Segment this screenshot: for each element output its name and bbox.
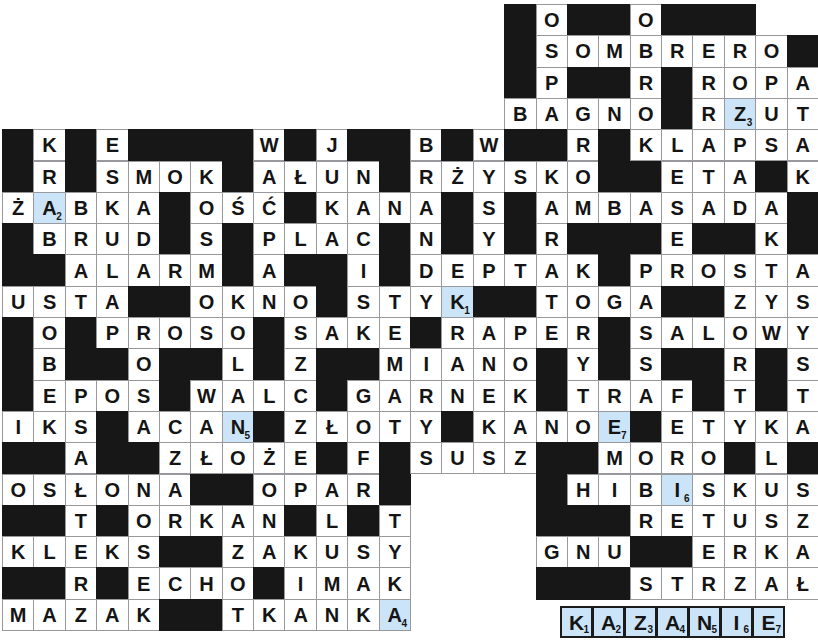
letter-cell[interactable]: N	[379, 192, 411, 224]
letter-cell[interactable]: O	[567, 411, 599, 443]
letter-cell[interactable]: O	[692, 254, 724, 286]
letter-cell[interactable]: T	[379, 411, 411, 443]
letter-cell[interactable]: A	[190, 411, 222, 443]
letter-cell[interactable]: S	[190, 317, 222, 349]
letter-cell[interactable]: N	[253, 286, 285, 318]
letter-cell[interactable]: Ł	[284, 161, 316, 193]
letter-cell[interactable]: L	[253, 380, 285, 412]
letter-cell[interactable]: E	[661, 411, 693, 443]
letter-cell[interactable]: C	[159, 411, 191, 443]
letter-cell[interactable]: B	[33, 348, 65, 380]
letter-cell[interactable]: K	[755, 223, 787, 255]
letter-cell[interactable]: E	[536, 317, 568, 349]
letter-cell[interactable]: T	[724, 380, 756, 412]
letter-cell[interactable]: W	[190, 380, 222, 412]
letter-cell[interactable]: P	[755, 67, 787, 99]
letter-cell[interactable]: T	[787, 380, 818, 412]
letter-cell[interactable]: N	[567, 536, 599, 568]
letter-cell[interactable]: K	[347, 599, 379, 631]
letter-cell[interactable]: T	[787, 98, 818, 130]
letter-cell[interactable]: A	[755, 192, 787, 224]
letter-cell[interactable]: T	[567, 380, 599, 412]
letter-cell[interactable]: S	[33, 474, 65, 506]
letter-cell[interactable]: A	[787, 536, 818, 568]
letter-cell[interactable]: U	[724, 505, 756, 537]
letter-cell[interactable]: A	[441, 348, 473, 380]
letter-cell[interactable]: K	[724, 474, 756, 506]
letter-cell[interactable]: B	[33, 223, 65, 255]
letter-cell[interactable]: P	[536, 67, 568, 99]
letter-cell[interactable]: A	[724, 161, 756, 193]
letter-cell[interactable]: O	[347, 411, 379, 443]
letter-cell[interactable]: O	[567, 161, 599, 193]
letter-cell[interactable]: T	[755, 254, 787, 286]
letter-cell[interactable]: I	[347, 254, 379, 286]
letter-cell[interactable]: R	[65, 567, 97, 599]
letter-cell[interactable]: K	[222, 286, 254, 318]
letter-cell[interactable]: E	[692, 536, 724, 568]
letter-cell[interactable]: S	[33, 286, 65, 318]
letter-cell[interactable]: Ć	[253, 192, 285, 224]
letter-cell[interactable]: I	[410, 348, 442, 380]
letter-cell[interactable]: L	[222, 348, 254, 380]
letter-cell[interactable]: S	[755, 505, 787, 537]
letter-cell[interactable]: E	[692, 35, 724, 67]
letter-cell[interactable]: S	[787, 286, 818, 318]
letter-cell[interactable]: E	[379, 317, 411, 349]
letter-cell[interactable]: K	[284, 536, 316, 568]
letter-cell[interactable]: M	[2, 599, 34, 631]
letter-cell[interactable]: T	[65, 286, 97, 318]
letter-cell[interactable]: K	[473, 411, 505, 443]
letter-cell[interactable]: A	[284, 599, 316, 631]
letter-cell[interactable]: O	[755, 35, 787, 67]
letter-cell[interactable]: A	[787, 129, 818, 161]
letter-cell[interactable]: T	[692, 505, 724, 537]
letter-cell[interactable]: R	[347, 474, 379, 506]
letter-cell[interactable]: S	[787, 474, 818, 506]
letter-cell[interactable]: C	[159, 567, 191, 599]
letter-cell[interactable]: T	[222, 599, 254, 631]
letter-cell[interactable]: B	[598, 192, 630, 224]
letter-cell[interactable]: T	[504, 254, 536, 286]
letter-cell[interactable]: L	[755, 442, 787, 474]
letter-cell[interactable]: G	[567, 98, 599, 130]
letter-cell[interactable]: Y	[410, 411, 442, 443]
letter-cell[interactable]: M	[128, 161, 160, 193]
letter-cell[interactable]: I	[284, 567, 316, 599]
letter-cell[interactable]: A	[692, 192, 724, 224]
letter-cell[interactable]: O	[96, 380, 128, 412]
letter-cell[interactable]: A	[347, 567, 379, 599]
letter-cell[interactable]: N	[473, 348, 505, 380]
letter-cell[interactable]: K	[96, 536, 128, 568]
letter-cell[interactable]: D	[724, 192, 756, 224]
letter-cell[interactable]: S	[128, 380, 160, 412]
letter-cell[interactable]: Y	[755, 286, 787, 318]
letter-cell[interactable]: Y	[473, 223, 505, 255]
letter-cell[interactable]: H	[567, 474, 599, 506]
highlighted-letter-cell[interactable]: N5	[222, 411, 254, 443]
letter-cell[interactable]: Ł	[787, 567, 818, 599]
letter-cell[interactable]: K	[787, 161, 818, 193]
letter-cell[interactable]: P	[473, 254, 505, 286]
letter-cell[interactable]: K	[33, 411, 65, 443]
letter-cell[interactable]: O	[2, 474, 34, 506]
letter-cell[interactable]: S	[630, 317, 662, 349]
letter-cell[interactable]: N	[347, 161, 379, 193]
letter-cell[interactable]: O	[630, 98, 662, 130]
letter-cell[interactable]: A	[65, 254, 97, 286]
letter-cell[interactable]: B	[504, 98, 536, 130]
letter-cell[interactable]: S	[630, 567, 662, 599]
letter-cell[interactable]: T	[661, 567, 693, 599]
letter-cell[interactable]: N	[410, 223, 442, 255]
letter-cell[interactable]: P	[630, 254, 662, 286]
letter-cell[interactable]: B	[65, 192, 97, 224]
letter-cell[interactable]: A	[410, 192, 442, 224]
letter-cell[interactable]: A	[473, 317, 505, 349]
letter-cell[interactable]: I	[2, 411, 34, 443]
letter-cell[interactable]: P	[284, 474, 316, 506]
letter-cell[interactable]: S	[410, 442, 442, 474]
letter-cell[interactable]: M	[379, 348, 411, 380]
letter-cell[interactable]: A	[128, 254, 160, 286]
letter-cell[interactable]: S	[504, 161, 536, 193]
letter-cell[interactable]: Y	[473, 161, 505, 193]
letter-cell[interactable]: T	[692, 161, 724, 193]
letter-cell[interactable]: H	[190, 567, 222, 599]
letter-cell[interactable]: Ś	[222, 192, 254, 224]
letter-cell[interactable]: R	[724, 536, 756, 568]
letter-cell[interactable]: R	[724, 348, 756, 380]
letter-cell[interactable]: N	[316, 599, 348, 631]
letter-cell[interactable]: N	[128, 474, 160, 506]
letter-cell[interactable]: O	[504, 348, 536, 380]
letter-cell[interactable]: R	[536, 223, 568, 255]
letter-cell[interactable]: K	[96, 192, 128, 224]
letter-cell[interactable]: A	[661, 317, 693, 349]
letter-cell[interactable]: R	[33, 161, 65, 193]
letter-cell[interactable]: A	[536, 254, 568, 286]
letter-cell[interactable]: N	[536, 411, 568, 443]
letter-cell[interactable]: Y	[567, 348, 599, 380]
letter-cell[interactable]: T	[692, 411, 724, 443]
letter-cell[interactable]: A	[630, 192, 662, 224]
letter-cell[interactable]: A	[316, 317, 348, 349]
letter-cell[interactable]: N	[253, 505, 285, 537]
letter-cell[interactable]: A	[347, 192, 379, 224]
letter-cell[interactable]: S	[630, 348, 662, 380]
highlighted-letter-cell[interactable]: K1	[441, 286, 473, 318]
letter-cell[interactable]: R	[128, 317, 160, 349]
letter-cell[interactable]: K	[347, 317, 379, 349]
letter-cell[interactable]: O	[159, 161, 191, 193]
letter-cell[interactable]: Y	[724, 411, 756, 443]
letter-cell[interactable]: U	[2, 286, 34, 318]
letter-cell[interactable]: Y	[410, 286, 442, 318]
letter-cell[interactable]: Ł	[190, 442, 222, 474]
letter-cell[interactable]: O	[190, 286, 222, 318]
letter-cell[interactable]: O	[33, 317, 65, 349]
letter-cell[interactable]: A	[630, 380, 662, 412]
letter-cell[interactable]: A	[787, 411, 818, 443]
letter-cell[interactable]: R	[630, 505, 662, 537]
letter-cell[interactable]: R	[661, 35, 693, 67]
letter-cell[interactable]: A	[630, 286, 662, 318]
letter-cell[interactable]: O	[724, 317, 756, 349]
letter-cell[interactable]: K	[190, 161, 222, 193]
letter-cell[interactable]: K	[567, 254, 599, 286]
letter-cell[interactable]: A	[755, 567, 787, 599]
letter-cell[interactable]: P	[96, 317, 128, 349]
letter-cell[interactable]: K	[33, 129, 65, 161]
letter-cell[interactable]: R	[692, 98, 724, 130]
letter-cell[interactable]: R	[692, 567, 724, 599]
letter-cell[interactable]: B	[630, 474, 662, 506]
letter-cell[interactable]: A	[222, 380, 254, 412]
letter-cell[interactable]: S	[724, 254, 756, 286]
letter-cell[interactable]: A	[316, 474, 348, 506]
letter-cell[interactable]: O	[128, 505, 160, 537]
letter-cell[interactable]: L	[96, 254, 128, 286]
letter-cell[interactable]: U	[755, 98, 787, 130]
letter-cell[interactable]: Z	[504, 442, 536, 474]
letter-cell[interactable]: U	[96, 223, 128, 255]
letter-cell[interactable]: E	[65, 536, 97, 568]
letter-cell[interactable]: E	[661, 161, 693, 193]
letter-cell[interactable]: U	[755, 474, 787, 506]
letter-cell[interactable]: S	[536, 35, 568, 67]
letter-cell[interactable]: E	[661, 505, 693, 537]
letter-cell[interactable]: T	[379, 286, 411, 318]
letter-cell[interactable]: N	[441, 380, 473, 412]
letter-cell[interactable]: A	[316, 223, 348, 255]
letter-cell[interactable]: Z	[787, 505, 818, 537]
letter-cell[interactable]: D	[410, 254, 442, 286]
letter-cell[interactable]: B	[410, 129, 442, 161]
letter-cell[interactable]: C	[284, 380, 316, 412]
letter-cell[interactable]: A	[504, 411, 536, 443]
letter-cell[interactable]: R	[724, 35, 756, 67]
letter-cell[interactable]: U	[316, 536, 348, 568]
letter-cell[interactable]: M	[316, 567, 348, 599]
letter-cell[interactable]: A	[536, 98, 568, 130]
letter-cell[interactable]: M	[567, 192, 599, 224]
letter-cell[interactable]: K	[190, 505, 222, 537]
letter-cell[interactable]: A	[159, 474, 191, 506]
letter-cell[interactable]: S	[661, 192, 693, 224]
letter-cell[interactable]: E	[661, 223, 693, 255]
letter-cell[interactable]: A	[253, 536, 285, 568]
letter-cell[interactable]: R	[410, 161, 442, 193]
letter-cell[interactable]: M	[598, 442, 630, 474]
letter-cell[interactable]: O	[222, 317, 254, 349]
letter-cell[interactable]: U	[316, 161, 348, 193]
letter-cell[interactable]: E	[33, 380, 65, 412]
letter-cell[interactable]: A	[96, 599, 128, 631]
highlighted-letter-cell[interactable]: E7	[598, 411, 630, 443]
highlighted-letter-cell[interactable]: I6	[661, 474, 693, 506]
letter-cell[interactable]: R	[661, 254, 693, 286]
letter-cell[interactable]: O	[159, 317, 191, 349]
letter-cell[interactable]: S	[787, 348, 818, 380]
letter-cell[interactable]: K	[128, 599, 160, 631]
letter-cell[interactable]: E	[473, 380, 505, 412]
letter-cell[interactable]: K	[536, 161, 568, 193]
letter-cell[interactable]: R	[692, 67, 724, 99]
letter-cell[interactable]: Ż	[253, 442, 285, 474]
letter-cell[interactable]: T	[65, 505, 97, 537]
letter-cell[interactable]: A	[65, 442, 97, 474]
letter-cell[interactable]: A	[222, 505, 254, 537]
letter-cell[interactable]: K	[755, 536, 787, 568]
letter-cell[interactable]: K	[504, 380, 536, 412]
letter-cell[interactable]: U	[598, 536, 630, 568]
letter-cell[interactable]: P	[724, 129, 756, 161]
letter-cell[interactable]: O	[567, 286, 599, 318]
letter-cell[interactable]: Z	[159, 442, 191, 474]
letter-cell[interactable]: T	[536, 286, 568, 318]
letter-cell[interactable]: A	[96, 286, 128, 318]
letter-cell[interactable]: R	[65, 223, 97, 255]
letter-cell[interactable]: O	[128, 348, 160, 380]
letter-cell[interactable]: M	[598, 35, 630, 67]
letter-cell[interactable]: R	[630, 67, 662, 99]
letter-cell[interactable]: T	[379, 505, 411, 537]
letter-cell[interactable]: D	[128, 223, 160, 255]
letter-cell[interactable]: O	[536, 4, 568, 36]
letter-cell[interactable]: L	[316, 505, 348, 537]
letter-cell[interactable]: S	[284, 317, 316, 349]
letter-cell[interactable]: E	[441, 254, 473, 286]
letter-cell[interactable]: R	[598, 380, 630, 412]
letter-cell[interactable]: G	[347, 380, 379, 412]
letter-cell[interactable]: K	[2, 536, 34, 568]
letter-cell[interactable]: O	[630, 442, 662, 474]
letter-cell[interactable]: L	[284, 223, 316, 255]
letter-cell[interactable]: A	[787, 254, 818, 286]
letter-cell[interactable]: O	[692, 442, 724, 474]
letter-cell[interactable]: S	[190, 223, 222, 255]
letter-cell[interactable]: Ł	[65, 474, 97, 506]
letter-cell[interactable]: K	[630, 129, 662, 161]
black-cell	[190, 129, 222, 161]
letter-cell[interactable]: E	[284, 442, 316, 474]
letter-cell[interactable]: L	[661, 129, 693, 161]
letter-cell[interactable]: R	[159, 505, 191, 537]
letter-cell[interactable]: P	[253, 223, 285, 255]
letter-cell[interactable]: Z	[724, 567, 756, 599]
letter-cell[interactable]: A	[692, 129, 724, 161]
letter-cell[interactable]: C	[347, 223, 379, 255]
letter-cell[interactable]: Y	[379, 536, 411, 568]
letter-cell[interactable]: O	[222, 567, 254, 599]
letter-cell[interactable]: A	[379, 380, 411, 412]
letter-cell[interactable]: S	[65, 411, 97, 443]
letter-cell[interactable]: A	[33, 599, 65, 631]
letter-cell[interactable]: J	[316, 129, 348, 161]
letter-cell[interactable]: R	[410, 380, 442, 412]
letter-cell[interactable]: G	[536, 536, 568, 568]
highlighted-letter-cell[interactable]: A2	[33, 192, 65, 224]
letter-cell[interactable]: K	[755, 411, 787, 443]
letter-cell[interactable]: S	[692, 474, 724, 506]
letter-cell[interactable]: M	[190, 254, 222, 286]
letter-cell[interactable]: O	[284, 286, 316, 318]
letter-cell[interactable]: U	[441, 442, 473, 474]
letter-cell[interactable]: E	[96, 129, 128, 161]
letter-cell[interactable]: S	[347, 286, 379, 318]
letter-cell[interactable]: A	[536, 192, 568, 224]
letter-cell[interactable]: K	[379, 567, 411, 599]
letter-cell[interactable]: A	[253, 254, 285, 286]
black-cell	[347, 129, 379, 161]
letter-cell[interactable]: Z	[65, 599, 97, 631]
letter-cell[interactable]: S	[755, 129, 787, 161]
letter-cell[interactable]: R	[567, 317, 599, 349]
letter-cell[interactable]: R	[661, 442, 693, 474]
letter-cell[interactable]: S	[473, 192, 505, 224]
letter-cell[interactable]: O	[253, 474, 285, 506]
letter-cell[interactable]: S	[347, 536, 379, 568]
letter-cell[interactable]: R	[441, 317, 473, 349]
letter-cell[interactable]: O	[190, 192, 222, 224]
letter-cell[interactable]: L	[692, 317, 724, 349]
letter-cell[interactable]: W	[473, 129, 505, 161]
letter-cell[interactable]: Ż	[2, 192, 34, 224]
letter-cell[interactable]: Z	[284, 348, 316, 380]
letter-cell[interactable]: O	[222, 442, 254, 474]
letter-cell[interactable]: A	[253, 161, 285, 193]
letter-cell[interactable]: G	[598, 286, 630, 318]
letter-cell[interactable]: S	[128, 536, 160, 568]
letter-cell[interactable]: F	[347, 442, 379, 474]
letter-cell[interactable]: O	[724, 67, 756, 99]
letter-cell[interactable]: E	[128, 567, 160, 599]
letter-cell[interactable]: Z	[724, 286, 756, 318]
letter-cell[interactable]: S	[96, 161, 128, 193]
letter-cell[interactable]: Y	[787, 317, 818, 349]
letter-cell[interactable]: P	[65, 380, 97, 412]
letter-cell[interactable]: W	[755, 317, 787, 349]
letter-cell[interactable]: O	[567, 35, 599, 67]
letter-cell[interactable]: W	[253, 129, 285, 161]
letter-cell[interactable]: Z	[284, 411, 316, 443]
highlighted-letter-cell[interactable]: A4	[379, 599, 411, 631]
letter-cell[interactable]: I	[598, 474, 630, 506]
letter-cell[interactable]: K	[253, 599, 285, 631]
letter-cell[interactable]: R	[159, 254, 191, 286]
letter-cell[interactable]: A	[128, 411, 160, 443]
letter-cell[interactable]: R	[567, 129, 599, 161]
letter-cell[interactable]: Ż	[441, 161, 473, 193]
letter-cell[interactable]: K	[316, 192, 348, 224]
letter-cell[interactable]: O	[630, 4, 662, 36]
letter-cell[interactable]: S	[473, 442, 505, 474]
highlighted-letter-cell[interactable]: Z3	[724, 98, 756, 130]
letter-cell[interactable]: L	[33, 536, 65, 568]
letter-cell[interactable]: Z	[222, 536, 254, 568]
letter-cell[interactable]: Ł	[316, 411, 348, 443]
letter-cell[interactable]: P	[504, 317, 536, 349]
letter-cell[interactable]: O	[96, 474, 128, 506]
letter-cell[interactable]: B	[630, 35, 662, 67]
letter-cell[interactable]: N	[598, 98, 630, 130]
letter-cell[interactable]: A	[128, 192, 160, 224]
letter-cell[interactable]: F	[661, 380, 693, 412]
letter-cell[interactable]: A	[787, 67, 818, 99]
